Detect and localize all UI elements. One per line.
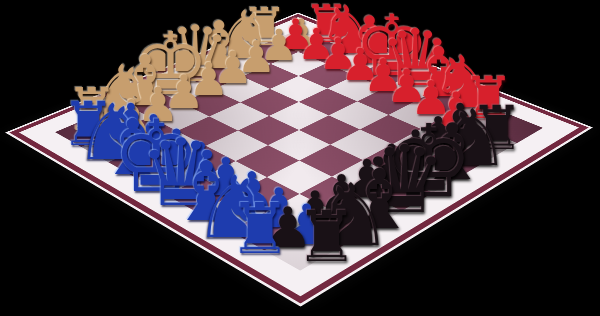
board-grid — [55, 30, 543, 271]
chess-board — [5, 13, 593, 307]
stage: ♜♜♟♟♞♞♟♟♝♝♟♟♚♛♟♛♟♚♟♝♟♟♝♞♟♟♞♜♟♟♜♟♟♟♜♜♟♟♞♞… — [0, 0, 600, 316]
